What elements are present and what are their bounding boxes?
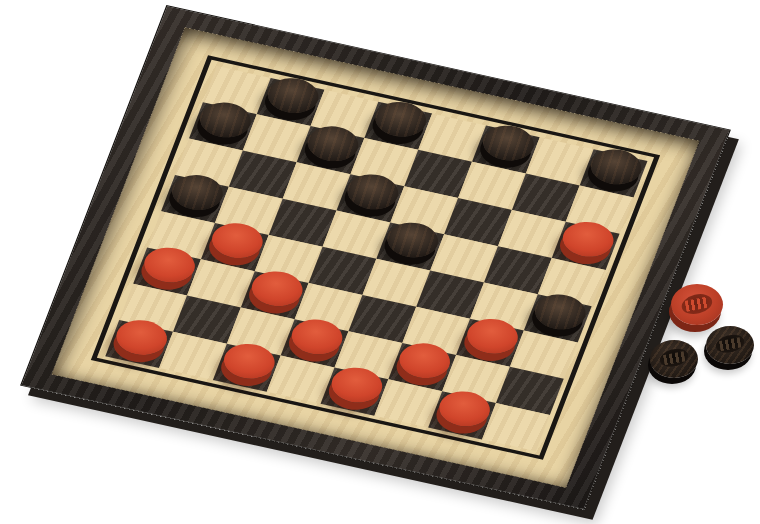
checkerboard-grid (105, 66, 647, 451)
black-checker[interactable] (262, 74, 324, 118)
loose-red-checker[interactable] (671, 284, 723, 325)
crown-stamp (680, 291, 715, 317)
board-frame (20, 5, 731, 510)
black-checker[interactable] (585, 145, 647, 189)
checkers-product-photo (0, 0, 760, 524)
crown-stamp (658, 346, 690, 370)
loose-black-checker[interactable] (650, 340, 698, 378)
black-checker[interactable] (478, 121, 540, 165)
playfield-border (91, 55, 660, 459)
checkers-board (104, 65, 646, 450)
black-checker[interactable] (370, 97, 432, 141)
loose-black-checker[interactable] (706, 326, 754, 364)
board-field (52, 28, 700, 488)
crown-stamp (714, 332, 746, 356)
